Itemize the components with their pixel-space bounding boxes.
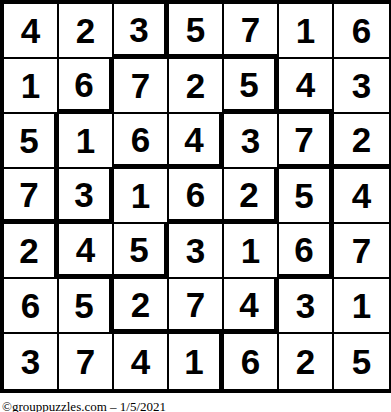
cell-r2c4: 2 — [169, 59, 224, 114]
cell-r7c7: 5 — [334, 334, 389, 389]
cell-r1c5: 7 — [224, 4, 279, 59]
cell-r4c2: 3 — [59, 169, 114, 224]
cell-r3c1: 5 — [4, 114, 59, 169]
cell-r5c2: 4 — [59, 224, 114, 279]
cell-r1c3: 3 — [114, 4, 169, 59]
cell-r6c6: 3 — [279, 279, 334, 334]
cell-r1c7: 6 — [334, 4, 389, 59]
cell-r7c1: 3 — [4, 334, 59, 389]
cell-r5c6: 6 — [279, 224, 334, 279]
cell-r7c2: 7 — [59, 334, 114, 389]
sudoku7-board: 4235716167254351643727316254245316765274… — [0, 0, 391, 393]
cell-r5c1: 2 — [4, 224, 59, 279]
cell-r6c5: 4 — [224, 279, 279, 334]
cell-r7c4: 1 — [169, 334, 224, 389]
cell-r4c4: 6 — [169, 169, 224, 224]
cell-r5c5: 1 — [224, 224, 279, 279]
cell-r3c2: 1 — [59, 114, 114, 169]
copyright-text: ©grouppuzzles.com – 1/5/2021 — [2, 399, 391, 412]
cell-r3c3: 6 — [114, 114, 169, 169]
cell-r7c5: 6 — [224, 334, 279, 389]
cell-r2c1: 1 — [4, 59, 59, 114]
cell-r6c7: 1 — [334, 279, 389, 334]
cell-r3c5: 3 — [224, 114, 279, 169]
cell-r4c6: 5 — [279, 169, 334, 224]
cell-r2c6: 4 — [279, 59, 334, 114]
cell-r5c4: 3 — [169, 224, 224, 279]
cell-r5c3: 5 — [114, 224, 169, 279]
cell-r6c3: 2 — [114, 279, 169, 334]
cell-r4c7: 4 — [334, 169, 389, 224]
cell-r4c5: 2 — [224, 169, 279, 224]
cell-r2c3: 7 — [114, 59, 169, 114]
cell-r1c1: 4 — [4, 4, 59, 59]
cell-r2c5: 5 — [224, 59, 279, 114]
cell-r1c6: 1 — [279, 4, 334, 59]
cell-r3c7: 2 — [334, 114, 389, 169]
cell-r3c6: 7 — [279, 114, 334, 169]
cell-r2c2: 6 — [59, 59, 114, 114]
cell-r1c4: 5 — [169, 4, 224, 59]
cell-r6c4: 7 — [169, 279, 224, 334]
cell-r2c7: 3 — [334, 59, 389, 114]
cell-r4c1: 7 — [4, 169, 59, 224]
cell-r5c7: 7 — [334, 224, 389, 279]
cell-r7c3: 4 — [114, 334, 169, 389]
cell-r4c3: 1 — [114, 169, 169, 224]
cell-r6c2: 5 — [59, 279, 114, 334]
cell-r7c6: 2 — [279, 334, 334, 389]
cell-r3c4: 4 — [169, 114, 224, 169]
cell-r1c2: 2 — [59, 4, 114, 59]
cell-r6c1: 6 — [4, 279, 59, 334]
